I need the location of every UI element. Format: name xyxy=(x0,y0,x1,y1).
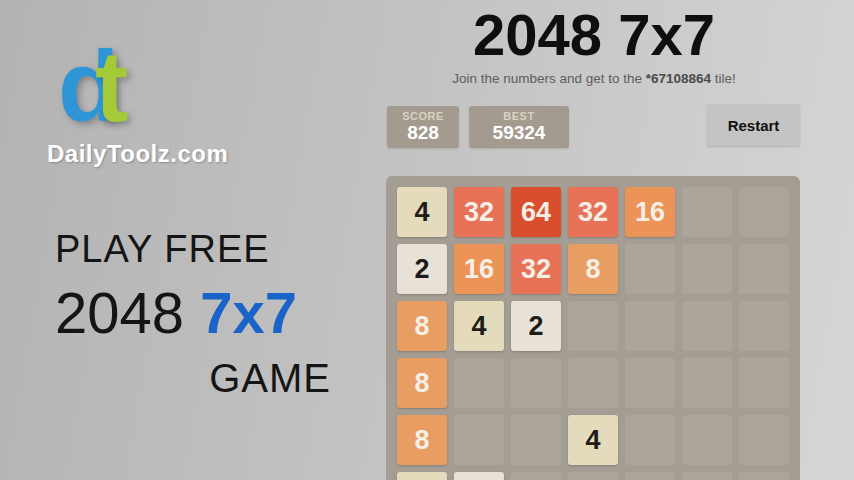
promo-line-2048-7x7: 2048 7x7 xyxy=(55,279,331,346)
promo-7x7-text: 7x7 xyxy=(200,280,297,345)
empty-cell xyxy=(625,244,675,294)
empty-cell xyxy=(454,358,504,408)
tile-8: 8 xyxy=(397,415,447,465)
tile-4: 4 xyxy=(568,415,618,465)
tile-16: 16 xyxy=(454,244,504,294)
promo-line-game: GAME xyxy=(55,356,331,401)
tile-8: 8 xyxy=(397,301,447,351)
empty-cell xyxy=(739,244,789,294)
empty-cell xyxy=(625,415,675,465)
tile-2: 2 xyxy=(454,472,504,480)
tile-4: 4 xyxy=(397,187,447,237)
score-box: SCORE 828 xyxy=(387,106,459,148)
empty-cell xyxy=(682,472,732,480)
subtitle-prefix: Join the numbers and get to the xyxy=(452,71,646,86)
empty-cell xyxy=(625,358,675,408)
empty-cell xyxy=(568,301,618,351)
empty-cell xyxy=(739,472,789,480)
game-title: 2048 7x7 xyxy=(387,2,801,69)
promo-line-play-free: PLAY FREE xyxy=(55,228,331,271)
empty-cell xyxy=(625,472,675,480)
best-box: BEST 59324 xyxy=(469,106,569,148)
empty-cell xyxy=(511,472,561,480)
tile-64: 64 xyxy=(511,187,561,237)
subtitle-goal-tile: *67108864 xyxy=(646,71,711,86)
tile-16: 16 xyxy=(625,187,675,237)
empty-cell xyxy=(739,301,789,351)
tile-2: 2 xyxy=(397,244,447,294)
page-background: dt DailyToolz.com PLAY FREE 2048 7x7 GAM… xyxy=(0,0,854,480)
promo-text-block: PLAY FREE 2048 7x7 GAME xyxy=(55,228,331,401)
tile-4: 4 xyxy=(397,472,447,480)
tile-2: 2 xyxy=(511,301,561,351)
empty-cell xyxy=(568,472,618,480)
empty-cell xyxy=(511,358,561,408)
restart-button[interactable]: Restart xyxy=(707,104,800,146)
empty-cell xyxy=(739,415,789,465)
site-name: DailyToolz.com xyxy=(47,140,228,168)
game-subtitle: Join the numbers and get to the *6710886… xyxy=(347,71,841,86)
logo-letter-t: t xyxy=(95,30,128,142)
empty-cell xyxy=(739,187,789,237)
empty-cell xyxy=(739,358,789,408)
subtitle-suffix: tile! xyxy=(711,71,736,86)
board-grid[interactable]: 43264321621632884288442 xyxy=(386,176,800,480)
empty-cell xyxy=(568,358,618,408)
empty-cell xyxy=(682,244,732,294)
best-value: 59324 xyxy=(493,123,546,144)
empty-cell xyxy=(682,301,732,351)
empty-cell xyxy=(625,301,675,351)
empty-cell xyxy=(682,358,732,408)
empty-cell xyxy=(511,415,561,465)
tile-32: 32 xyxy=(511,244,561,294)
dailytoolz-logo: dt xyxy=(58,36,128,136)
score-value: 828 xyxy=(407,123,439,144)
tile-32: 32 xyxy=(454,187,504,237)
empty-cell xyxy=(454,415,504,465)
promo-2048-text: 2048 xyxy=(55,280,200,345)
tile-32: 32 xyxy=(568,187,618,237)
tile-8: 8 xyxy=(568,244,618,294)
empty-cell xyxy=(682,187,732,237)
tile-4: 4 xyxy=(454,301,504,351)
tile-8: 8 xyxy=(397,358,447,408)
empty-cell xyxy=(682,415,732,465)
